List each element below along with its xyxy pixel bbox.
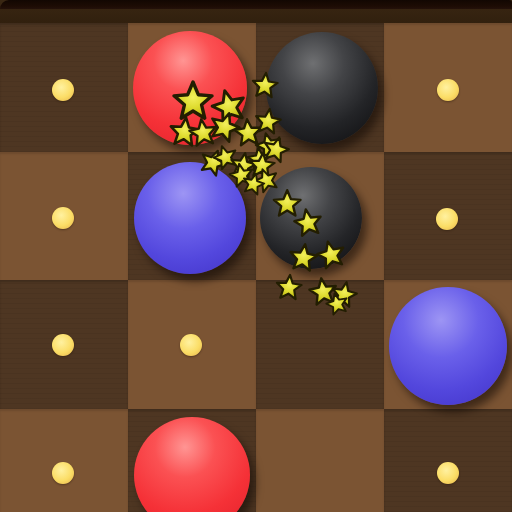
header-bar xyxy=(0,0,512,9)
cell-dot-r1c1 xyxy=(52,79,74,101)
game-screen xyxy=(0,0,512,512)
cell-dot-r4c1 xyxy=(52,462,74,484)
star-burst-icon xyxy=(271,270,308,307)
cell-dot-r4c4 xyxy=(437,462,459,484)
cell-dot-r1c4 xyxy=(437,79,459,101)
square-r4c4[interactable] xyxy=(384,409,512,512)
piece-blue-r3c4[interactable] xyxy=(389,287,507,405)
cell-dot-r3c2 xyxy=(180,334,202,356)
header-strip xyxy=(0,0,512,23)
cell-dot-r2c1 xyxy=(52,207,74,229)
square-r4c1[interactable] xyxy=(0,409,128,512)
game-board xyxy=(0,0,512,512)
cell-dot-r2c4 xyxy=(436,208,458,230)
star-burst-icon xyxy=(247,68,284,105)
square-r4c3[interactable] xyxy=(256,409,384,512)
cell-dot-r3c1 xyxy=(52,334,74,356)
